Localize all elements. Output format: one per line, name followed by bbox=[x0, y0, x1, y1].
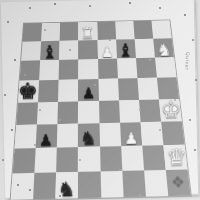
square-f1 bbox=[122, 170, 146, 197]
square-f8 bbox=[115, 21, 135, 40]
square-e2 bbox=[100, 146, 122, 171]
square-h8 bbox=[151, 20, 171, 39]
square-g5 bbox=[137, 78, 159, 100]
square-d4 bbox=[78, 101, 99, 124]
square-e7: ♟ bbox=[97, 40, 117, 60]
square-b8 bbox=[41, 23, 60, 42]
square-c7 bbox=[59, 41, 78, 61]
square-f4 bbox=[119, 100, 141, 123]
square-c5 bbox=[58, 80, 78, 102]
square-d1 bbox=[78, 171, 100, 198]
square-h4: ♚ bbox=[159, 99, 182, 122]
piece-black-bishop-b7: ♝ bbox=[41, 43, 58, 60]
piece-white-pawn-f3: ♟ bbox=[124, 130, 139, 145]
board-logo-icon: ❖ bbox=[170, 174, 186, 190]
piece-white-queen-h2: ♛ bbox=[166, 148, 187, 170]
piece-white-rook-d8: ♜ bbox=[81, 26, 95, 40]
square-h5 bbox=[157, 78, 179, 100]
square-g4 bbox=[139, 99, 161, 122]
square-a8 bbox=[23, 23, 43, 42]
square-f3: ♟ bbox=[120, 122, 142, 146]
chess-board: ♜♝♟♝♞♚♟♚♟♞♟♛♞❖ bbox=[10, 19, 192, 200]
square-e1 bbox=[100, 171, 123, 198]
square-d2 bbox=[78, 146, 100, 171]
photo-scene: ♜♝♟♝♞♚♟♚♟♞♟♛♞❖ Quiver bbox=[0, 0, 200, 200]
square-f7: ♝ bbox=[116, 39, 136, 59]
square-h3 bbox=[161, 121, 184, 145]
board-perspective-wrap: ♜♝♟♝♞♚♟♚♟♞♟♛♞❖ bbox=[17, 7, 180, 194]
square-b2 bbox=[35, 147, 57, 172]
square-h1: ❖ bbox=[166, 169, 191, 196]
square-d5: ♟ bbox=[78, 79, 98, 101]
square-b4 bbox=[37, 101, 58, 124]
square-g3 bbox=[140, 121, 163, 145]
square-g2 bbox=[142, 145, 166, 170]
square-a6 bbox=[20, 61, 41, 82]
square-a7 bbox=[21, 41, 41, 61]
square-d7 bbox=[78, 40, 97, 60]
square-b1 bbox=[33, 172, 56, 199]
piece-white-pawn-e7: ♟ bbox=[100, 45, 113, 59]
square-b5 bbox=[38, 80, 59, 102]
square-h2: ♛ bbox=[163, 144, 187, 169]
piece-white-knight-h7: ♞ bbox=[156, 41, 172, 58]
square-c6 bbox=[59, 60, 79, 81]
square-g6 bbox=[136, 58, 157, 79]
square-c1: ♞ bbox=[56, 172, 79, 199]
square-a1 bbox=[11, 173, 35, 200]
square-c8 bbox=[60, 22, 79, 41]
square-b7: ♝ bbox=[40, 41, 60, 61]
square-e8 bbox=[97, 21, 116, 40]
square-a2 bbox=[13, 148, 36, 173]
square-e5 bbox=[98, 79, 119, 101]
square-h6 bbox=[155, 57, 177, 78]
piece-black-pawn-b3: ♟ bbox=[39, 132, 54, 147]
piece-black-bishop-f7: ♝ bbox=[118, 41, 135, 58]
piece-black-king-a5: ♚ bbox=[18, 81, 38, 102]
square-f5 bbox=[118, 78, 139, 100]
square-g1 bbox=[144, 170, 168, 197]
square-g7 bbox=[134, 39, 154, 59]
square-b6 bbox=[39, 60, 59, 81]
square-e4 bbox=[99, 100, 120, 123]
square-g8 bbox=[133, 21, 153, 40]
piece-black-knight-d3: ♞ bbox=[80, 128, 97, 146]
square-c2 bbox=[56, 147, 78, 172]
square-a5: ♚ bbox=[18, 81, 39, 103]
square-c4 bbox=[58, 101, 79, 124]
square-d6 bbox=[78, 59, 98, 80]
square-d3: ♞ bbox=[78, 123, 99, 147]
square-a3 bbox=[15, 124, 37, 148]
square-f2 bbox=[121, 145, 144, 170]
square-b3: ♟ bbox=[36, 124, 58, 148]
square-e3 bbox=[99, 122, 121, 146]
square-e6 bbox=[98, 59, 118, 80]
square-c3 bbox=[57, 123, 78, 147]
piece-black-knight-c1: ♞ bbox=[58, 179, 76, 198]
piece-white-king-h4: ♚ bbox=[161, 100, 182, 122]
square-d8: ♜ bbox=[78, 22, 97, 41]
square-h7: ♞ bbox=[153, 38, 174, 58]
square-f6 bbox=[117, 58, 138, 79]
square-a4 bbox=[16, 102, 38, 125]
piece-black-pawn-d5: ♟ bbox=[81, 86, 95, 101]
